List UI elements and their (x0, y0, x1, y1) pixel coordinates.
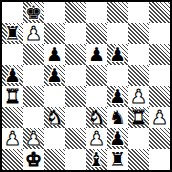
piece-white-king: ♚ (23, 149, 44, 170)
square-f4[interactable]: ♟ (107, 86, 128, 107)
square-h7[interactable] (149, 23, 170, 44)
piece-black-pawn: ♟ (2, 65, 23, 86)
square-c2[interactable] (44, 128, 65, 149)
square-h3[interactable]: ♟ (149, 107, 170, 128)
square-c4[interactable] (44, 86, 65, 107)
square-f2[interactable]: ♟ (107, 128, 128, 149)
square-a6[interactable] (2, 44, 23, 65)
square-d5[interactable] (65, 65, 86, 86)
square-a7[interactable]: ♜ (2, 23, 23, 44)
square-f1[interactable]: ♜ (107, 149, 128, 170)
square-b6[interactable] (23, 44, 44, 65)
piece-white-rook: ♜ (128, 107, 149, 128)
square-c1[interactable] (44, 149, 65, 170)
square-h4[interactable] (149, 86, 170, 107)
piece-black-pawn: ♟ (44, 44, 65, 65)
square-b5[interactable] (23, 65, 44, 86)
piece-black-knight: ♞ (107, 107, 128, 128)
square-d3[interactable] (65, 107, 86, 128)
square-g8[interactable] (128, 2, 149, 23)
square-c5[interactable]: ♟ (44, 65, 65, 86)
square-b2[interactable]: ♟ (23, 128, 44, 149)
square-b8[interactable]: ♚ (23, 2, 44, 23)
piece-black-rook: ♜ (107, 149, 128, 170)
square-h2[interactable] (149, 128, 170, 149)
square-g1[interactable] (128, 149, 149, 170)
piece-black-pawn: ♟ (107, 44, 128, 65)
square-b7[interactable]: ♟ (23, 23, 44, 44)
piece-white-pawn: ♟ (128, 86, 149, 107)
square-f3[interactable]: ♞ (107, 107, 128, 128)
square-d6[interactable] (65, 44, 86, 65)
piece-white-pawn: ♟ (86, 128, 107, 149)
square-b3[interactable] (23, 107, 44, 128)
square-d1[interactable] (65, 149, 86, 170)
square-e3[interactable]: ♞ (86, 107, 107, 128)
piece-black-pawn: ♟ (86, 44, 107, 65)
piece-white-knight: ♞ (44, 107, 65, 128)
square-h8[interactable] (149, 2, 170, 23)
square-e1[interactable]: ♝ (86, 149, 107, 170)
piece-black-pawn: ♟ (107, 86, 128, 107)
piece-black-rook: ♜ (2, 23, 23, 44)
square-f6[interactable]: ♟ (107, 44, 128, 65)
square-h1[interactable] (149, 149, 170, 170)
square-a3[interactable] (2, 107, 23, 128)
square-g3[interactable]: ♜ (128, 107, 149, 128)
square-d8[interactable] (65, 2, 86, 23)
square-c8[interactable] (44, 2, 65, 23)
piece-white-pawn: ♟ (2, 128, 23, 149)
piece-white-knight: ♞ (86, 107, 107, 128)
square-e4[interactable] (86, 86, 107, 107)
square-c3[interactable]: ♞ (44, 107, 65, 128)
piece-white-pawn: ♟ (149, 107, 170, 128)
board-frame: ♚♜♟♟♟♟♟♟♜♟♟♞♞♞♜♟♟♟♟♟♚♝♜ (0, 0, 172, 172)
square-a2[interactable]: ♟ (2, 128, 23, 149)
square-e8[interactable] (86, 2, 107, 23)
square-g2[interactable] (128, 128, 149, 149)
piece-black-bishop: ♝ (86, 149, 107, 170)
square-g6[interactable] (128, 44, 149, 65)
square-d2[interactable] (65, 128, 86, 149)
square-h6[interactable] (149, 44, 170, 65)
square-g5[interactable] (128, 65, 149, 86)
piece-black-pawn: ♟ (44, 65, 65, 86)
square-f7[interactable] (107, 23, 128, 44)
square-e6[interactable]: ♟ (86, 44, 107, 65)
piece-white-pawn: ♟ (23, 23, 44, 44)
square-b4[interactable] (23, 86, 44, 107)
square-c7[interactable] (44, 23, 65, 44)
square-d7[interactable] (65, 23, 86, 44)
square-g7[interactable] (128, 23, 149, 44)
square-g4[interactable]: ♟ (128, 86, 149, 107)
square-f8[interactable] (107, 2, 128, 23)
square-c6[interactable]: ♟ (44, 44, 65, 65)
square-d4[interactable] (65, 86, 86, 107)
square-a4[interactable]: ♜ (2, 86, 23, 107)
square-e7[interactable] (86, 23, 107, 44)
square-a5[interactable]: ♟ (2, 65, 23, 86)
square-b1[interactable]: ♚ (23, 149, 44, 170)
square-h5[interactable] (149, 65, 170, 86)
square-a1[interactable] (2, 149, 23, 170)
piece-black-king: ♚ (23, 2, 44, 23)
square-e5[interactable] (86, 65, 107, 86)
piece-black-pawn: ♟ (107, 128, 128, 149)
square-a8[interactable] (2, 2, 23, 23)
chess-board: ♚♜♟♟♟♟♟♟♜♟♟♞♞♞♜♟♟♟♟♟♚♝♜ (2, 2, 170, 170)
piece-white-pawn: ♟ (23, 128, 44, 149)
piece-white-rook: ♜ (2, 86, 23, 107)
square-f5[interactable] (107, 65, 128, 86)
square-e2[interactable]: ♟ (86, 128, 107, 149)
